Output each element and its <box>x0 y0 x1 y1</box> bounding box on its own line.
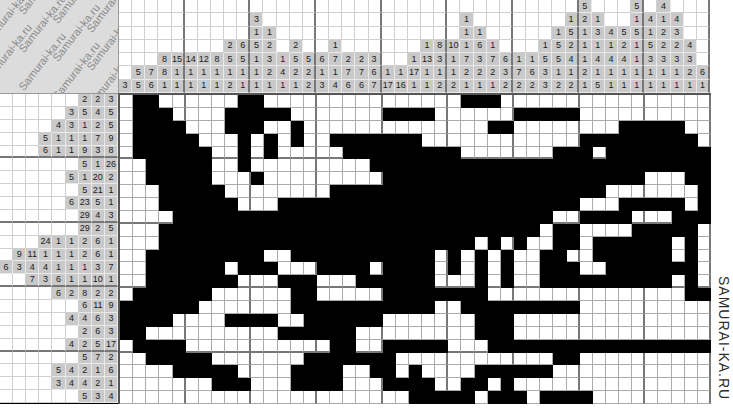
grid-cell-empty[interactable] <box>120 378 133 391</box>
grid-cell-empty[interactable] <box>514 314 527 327</box>
grid-cell-filled[interactable] <box>133 340 146 353</box>
grid-cell-filled[interactable] <box>291 301 304 314</box>
grid-cell-filled[interactable] <box>343 237 356 250</box>
grid-cell-filled[interactable] <box>448 198 461 211</box>
grid-cell-filled[interactable] <box>501 314 514 327</box>
grid-cell-filled[interactable] <box>212 250 225 263</box>
grid-cell-filled[interactable] <box>606 159 619 172</box>
grid-cell-empty[interactable] <box>527 95 540 108</box>
grid-cell-filled[interactable] <box>632 262 645 275</box>
grid-cell-filled[interactable] <box>435 198 448 211</box>
grid-cell-empty[interactable] <box>527 353 540 366</box>
grid-cell-filled[interactable] <box>632 159 645 172</box>
grid-cell-filled[interactable] <box>251 108 264 121</box>
grid-cell-filled[interactable] <box>658 262 671 275</box>
grid-cell-filled[interactable] <box>527 340 540 353</box>
grid-cell-empty[interactable] <box>461 327 474 340</box>
grid-cell-filled[interactable] <box>685 147 698 160</box>
grid-cell-empty[interactable] <box>317 159 330 172</box>
grid-cell-empty[interactable] <box>632 211 645 224</box>
grid-cell-filled[interactable] <box>593 340 606 353</box>
grid-cell-filled[interactable] <box>225 365 238 378</box>
grid-cell-empty[interactable] <box>291 172 304 185</box>
grid-cell-empty[interactable] <box>212 314 225 327</box>
grid-cell-filled[interactable] <box>264 147 277 160</box>
grid-cell-empty[interactable] <box>238 391 251 404</box>
grid-cell-filled[interactable] <box>409 134 422 147</box>
grid-cell-filled[interactable] <box>567 353 580 366</box>
grid-cell-filled[interactable] <box>133 95 146 108</box>
grid-cell-filled[interactable] <box>396 211 409 224</box>
grid-cell-filled[interactable] <box>186 159 199 172</box>
grid-cell-filled[interactable] <box>146 275 159 288</box>
grid-cell-empty[interactable] <box>356 391 369 404</box>
grid-cell-empty[interactable] <box>264 288 277 301</box>
grid-cell-filled[interactable] <box>645 250 658 263</box>
grid-cell-filled[interactable] <box>396 185 409 198</box>
grid-cell-filled[interactable] <box>199 250 212 263</box>
grid-cell-empty[interactable] <box>488 108 501 121</box>
grid-cell-empty[interactable] <box>672 365 685 378</box>
grid-cell-filled[interactable] <box>251 95 264 108</box>
grid-cell-empty[interactable] <box>238 340 251 353</box>
grid-cell-filled[interactable] <box>304 275 317 288</box>
grid-cell-empty[interactable] <box>264 121 277 134</box>
grid-cell-filled[interactable] <box>580 340 593 353</box>
grid-cell-empty[interactable] <box>475 134 488 147</box>
grid-cell-empty[interactable] <box>619 314 632 327</box>
grid-cell-filled[interactable] <box>146 353 159 366</box>
grid-cell-filled[interactable] <box>159 237 172 250</box>
grid-cell-filled[interactable] <box>488 159 501 172</box>
grid-cell-filled[interactable] <box>448 391 461 404</box>
grid-cell-filled[interactable] <box>501 185 514 198</box>
grid-cell-empty[interactable] <box>278 185 291 198</box>
grid-cell-filled[interactable] <box>225 108 238 121</box>
grid-cell-empty[interactable] <box>606 108 619 121</box>
grid-cell-empty[interactable] <box>461 365 474 378</box>
grid-cell-filled[interactable] <box>370 147 383 160</box>
grid-cell-filled[interactable] <box>330 211 343 224</box>
grid-cell-filled[interactable] <box>225 378 238 391</box>
grid-cell-empty[interactable] <box>619 108 632 121</box>
grid-cell-empty[interactable] <box>278 147 291 160</box>
grid-cell-filled[interactable] <box>501 159 514 172</box>
grid-cell-empty[interactable] <box>685 365 698 378</box>
grid-cell-filled[interactable] <box>396 378 409 391</box>
grid-cell-empty[interactable] <box>606 224 619 237</box>
grid-cell-filled[interactable] <box>278 327 291 340</box>
grid-cell-empty[interactable] <box>672 378 685 391</box>
grid-cell-filled[interactable] <box>567 224 580 237</box>
grid-cell-filled[interactable] <box>383 250 396 263</box>
grid-cell-empty[interactable] <box>488 275 501 288</box>
grid-cell-empty[interactable] <box>553 211 566 224</box>
grid-cell-empty[interactable] <box>475 237 488 250</box>
grid-cell-empty[interactable] <box>435 121 448 134</box>
grid-cell-filled[interactable] <box>264 224 277 237</box>
grid-cell-filled[interactable] <box>553 159 566 172</box>
grid-cell-empty[interactable] <box>186 108 199 121</box>
grid-cell-empty[interactable] <box>606 365 619 378</box>
grid-cell-filled[interactable] <box>383 378 396 391</box>
grid-cell-filled[interactable] <box>225 211 238 224</box>
grid-cell-filled[interactable] <box>461 185 474 198</box>
grid-cell-empty[interactable] <box>685 198 698 211</box>
grid-cell-filled[interactable] <box>501 198 514 211</box>
grid-cell-empty[interactable] <box>553 134 566 147</box>
grid-cell-filled[interactable] <box>619 237 632 250</box>
grid-cell-empty[interactable] <box>672 250 685 263</box>
grid-cell-filled[interactable] <box>619 250 632 263</box>
grid-cell-empty[interactable] <box>291 159 304 172</box>
grid-cell-filled[interactable] <box>619 134 632 147</box>
grid-cell-empty[interactable] <box>304 262 317 275</box>
grid-cell-empty[interactable] <box>461 262 474 275</box>
grid-cell-filled[interactable] <box>291 134 304 147</box>
grid-cell-filled[interactable] <box>475 378 488 391</box>
grid-cell-filled[interactable] <box>645 340 658 353</box>
grid-cell-empty[interactable] <box>698 108 711 121</box>
grid-cell-empty[interactable] <box>593 288 606 301</box>
grid-cell-empty[interactable] <box>264 391 277 404</box>
grid-cell-empty[interactable] <box>580 250 593 263</box>
grid-cell-empty[interactable] <box>186 95 199 108</box>
grid-cell-filled[interactable] <box>330 185 343 198</box>
grid-cell-empty[interactable] <box>567 378 580 391</box>
grid-cell-empty[interactable] <box>291 108 304 121</box>
grid-cell-empty[interactable] <box>658 353 671 366</box>
grid-cell-empty[interactable] <box>383 314 396 327</box>
grid-cell-empty[interactable] <box>488 353 501 366</box>
grid-cell-filled[interactable] <box>448 250 461 263</box>
grid-cell-empty[interactable] <box>212 172 225 185</box>
grid-cell-filled[interactable] <box>461 198 474 211</box>
grid-cell-filled[interactable] <box>370 134 383 147</box>
grid-cell-empty[interactable] <box>120 250 133 263</box>
grid-cell-filled[interactable] <box>685 237 698 250</box>
grid-cell-filled[interactable] <box>330 237 343 250</box>
grid-cell-empty[interactable] <box>291 95 304 108</box>
grid-cell-empty[interactable] <box>448 121 461 134</box>
grid-cell-filled[interactable] <box>475 198 488 211</box>
grid-cell-empty[interactable] <box>422 121 435 134</box>
grid-cell-empty[interactable] <box>251 378 264 391</box>
grid-cell-empty[interactable] <box>225 159 238 172</box>
grid-cell-filled[interactable] <box>370 237 383 250</box>
grid-cell-empty[interactable] <box>475 121 488 134</box>
grid-cell-filled[interactable] <box>356 250 369 263</box>
grid-cell-filled[interactable] <box>658 147 671 160</box>
grid-cell-filled[interactable] <box>330 365 343 378</box>
grid-cell-empty[interactable] <box>672 172 685 185</box>
grid-cell-empty[interactable] <box>435 378 448 391</box>
grid-cell-empty[interactable] <box>199 327 212 340</box>
grid-cell-filled[interactable] <box>448 211 461 224</box>
grid-cell-empty[interactable] <box>527 275 540 288</box>
grid-cell-empty[interactable] <box>146 211 159 224</box>
grid-cell-filled[interactable] <box>685 159 698 172</box>
grid-cell-empty[interactable] <box>343 172 356 185</box>
grid-cell-empty[interactable] <box>619 327 632 340</box>
grid-cell-filled[interactable] <box>540 159 553 172</box>
grid-cell-filled[interactable] <box>475 288 488 301</box>
grid-cell-empty[interactable] <box>186 378 199 391</box>
grid-cell-empty[interactable] <box>396 95 409 108</box>
grid-cell-filled[interactable] <box>304 211 317 224</box>
grid-cell-filled[interactable] <box>553 147 566 160</box>
grid-cell-filled[interactable] <box>435 211 448 224</box>
grid-cell-empty[interactable] <box>435 314 448 327</box>
grid-cell-filled[interactable] <box>396 340 409 353</box>
grid-cell-empty[interactable] <box>475 147 488 160</box>
grid-cell-filled[interactable] <box>448 224 461 237</box>
grid-cell-filled[interactable] <box>501 301 514 314</box>
grid-cell-filled[interactable] <box>343 340 356 353</box>
grid-cell-filled[interactable] <box>632 172 645 185</box>
grid-cell-empty[interactable] <box>370 172 383 185</box>
grid-cell-filled[interactable] <box>120 301 133 314</box>
grid-cell-empty[interactable] <box>422 314 435 327</box>
grid-cell-filled[interactable] <box>422 108 435 121</box>
grid-cell-empty[interactable] <box>343 95 356 108</box>
grid-cell-empty[interactable] <box>475 353 488 366</box>
grid-cell-filled[interactable] <box>146 288 159 301</box>
grid-cell-empty[interactable] <box>120 237 133 250</box>
grid-cell-filled[interactable] <box>173 172 186 185</box>
grid-cell-empty[interactable] <box>120 159 133 172</box>
grid-cell-filled[interactable] <box>488 365 501 378</box>
grid-cell-filled[interactable] <box>225 314 238 327</box>
grid-cell-empty[interactable] <box>658 108 671 121</box>
grid-cell-empty[interactable] <box>133 378 146 391</box>
grid-cell-filled[interactable] <box>356 237 369 250</box>
grid-cell-empty[interactable] <box>527 237 540 250</box>
grid-cell-empty[interactable] <box>448 340 461 353</box>
grid-cell-empty[interactable] <box>173 314 186 327</box>
grid-cell-filled[interactable] <box>356 262 369 275</box>
grid-cell-empty[interactable] <box>120 134 133 147</box>
grid-cell-empty[interactable] <box>343 365 356 378</box>
grid-cell-filled[interactable] <box>396 172 409 185</box>
grid-cell-empty[interactable] <box>264 159 277 172</box>
grid-cell-filled[interactable] <box>698 185 711 198</box>
grid-cell-filled[interactable] <box>330 224 343 237</box>
grid-cell-filled[interactable] <box>540 340 553 353</box>
grid-cell-filled[interactable] <box>567 108 580 121</box>
grid-cell-empty[interactable] <box>278 159 291 172</box>
grid-cell-filled[interactable] <box>422 288 435 301</box>
grid-cell-empty[interactable] <box>685 185 698 198</box>
grid-cell-filled[interactable] <box>672 159 685 172</box>
grid-cell-empty[interactable] <box>186 340 199 353</box>
grid-cell-filled[interactable] <box>199 237 212 250</box>
grid-cell-filled[interactable] <box>173 262 186 275</box>
grid-cell-filled[interactable] <box>514 365 527 378</box>
grid-cell-empty[interactable] <box>173 95 186 108</box>
grid-cell-filled[interactable] <box>343 198 356 211</box>
grid-cell-filled[interactable] <box>199 147 212 160</box>
grid-cell-filled[interactable] <box>159 314 172 327</box>
grid-cell-filled[interactable] <box>173 198 186 211</box>
grid-cell-filled[interactable] <box>238 121 251 134</box>
grid-cell-filled[interactable] <box>619 262 632 275</box>
grid-cell-filled[interactable] <box>212 365 225 378</box>
grid-cell-filled[interactable] <box>356 275 369 288</box>
grid-cell-empty[interactable] <box>278 288 291 301</box>
grid-cell-filled[interactable] <box>488 327 501 340</box>
grid-cell-empty[interactable] <box>527 262 540 275</box>
grid-cell-empty[interactable] <box>370 391 383 404</box>
grid-cell-filled[interactable] <box>186 211 199 224</box>
grid-cell-empty[interactable] <box>632 365 645 378</box>
grid-cell-empty[interactable] <box>396 121 409 134</box>
grid-cell-empty[interactable] <box>514 353 527 366</box>
grid-cell-filled[interactable] <box>133 327 146 340</box>
grid-cell-empty[interactable] <box>317 95 330 108</box>
grid-cell-empty[interactable] <box>488 262 501 275</box>
grid-cell-filled[interactable] <box>146 108 159 121</box>
grid-cell-filled[interactable] <box>317 378 330 391</box>
grid-cell-empty[interactable] <box>514 147 527 160</box>
grid-cell-filled[interactable] <box>488 301 501 314</box>
grid-cell-empty[interactable] <box>514 134 527 147</box>
grid-cell-filled[interactable] <box>133 314 146 327</box>
grid-cell-filled[interactable] <box>685 134 698 147</box>
grid-cell-filled[interactable] <box>448 185 461 198</box>
grid-cell-empty[interactable] <box>422 365 435 378</box>
grid-cell-filled[interactable] <box>527 159 540 172</box>
grid-cell-filled[interactable] <box>238 95 251 108</box>
grid-cell-filled[interactable] <box>488 391 501 404</box>
grid-cell-filled[interactable] <box>356 353 369 366</box>
grid-cell-filled[interactable] <box>632 340 645 353</box>
grid-cell-empty[interactable] <box>435 353 448 366</box>
grid-cell-empty[interactable] <box>251 301 264 314</box>
grid-cell-filled[interactable] <box>343 147 356 160</box>
grid-cell-empty[interactable] <box>580 108 593 121</box>
grid-cell-filled[interactable] <box>146 250 159 263</box>
grid-cell-empty[interactable] <box>133 185 146 198</box>
grid-cell-filled[interactable] <box>383 134 396 147</box>
grid-cell-filled[interactable] <box>567 237 580 250</box>
grid-cell-filled[interactable] <box>291 237 304 250</box>
grid-cell-filled[interactable] <box>159 275 172 288</box>
grid-cell-filled[interactable] <box>343 134 356 147</box>
grid-cell-empty[interactable] <box>146 185 159 198</box>
grid-cell-filled[interactable] <box>409 224 422 237</box>
grid-cell-empty[interactable] <box>264 301 277 314</box>
grid-cell-empty[interactable] <box>330 121 343 134</box>
grid-cell-filled[interactable] <box>514 198 527 211</box>
grid-cell-empty[interactable] <box>264 172 277 185</box>
grid-cell-filled[interactable] <box>501 365 514 378</box>
grid-cell-empty[interactable] <box>435 301 448 314</box>
grid-cell-filled[interactable] <box>567 301 580 314</box>
grid-cell-filled[interactable] <box>133 121 146 134</box>
grid-cell-filled[interactable] <box>645 159 658 172</box>
grid-cell-empty[interactable] <box>422 327 435 340</box>
grid-cell-filled[interactable] <box>343 211 356 224</box>
grid-cell-empty[interactable] <box>159 211 172 224</box>
grid-cell-filled[interactable] <box>461 237 474 250</box>
grid-cell-filled[interactable] <box>672 262 685 275</box>
grid-cell-filled[interactable] <box>672 147 685 160</box>
grid-cell-filled[interactable] <box>291 378 304 391</box>
grid-cell-empty[interactable] <box>553 378 566 391</box>
grid-cell-filled[interactable] <box>199 185 212 198</box>
grid-cell-empty[interactable] <box>133 237 146 250</box>
grid-cell-filled[interactable] <box>396 288 409 301</box>
grid-cell-empty[interactable] <box>580 314 593 327</box>
grid-cell-filled[interactable] <box>396 198 409 211</box>
grid-cell-filled[interactable] <box>540 172 553 185</box>
grid-cell-empty[interactable] <box>173 327 186 340</box>
grid-cell-filled[interactable] <box>199 353 212 366</box>
grid-cell-empty[interactable] <box>199 391 212 404</box>
grid-cell-filled[interactable] <box>186 198 199 211</box>
grid-cell-empty[interactable] <box>278 353 291 366</box>
grid-cell-empty[interactable] <box>461 275 474 288</box>
grid-cell-empty[interactable] <box>133 211 146 224</box>
grid-cell-empty[interactable] <box>632 314 645 327</box>
grid-cell-filled[interactable] <box>343 327 356 340</box>
grid-cell-filled[interactable] <box>317 262 330 275</box>
grid-cell-empty[interactable] <box>409 95 422 108</box>
grid-cell-filled[interactable] <box>396 275 409 288</box>
grid-cell-empty[interactable] <box>567 314 580 327</box>
grid-cell-filled[interactable] <box>173 159 186 172</box>
grid-cell-filled[interactable] <box>317 250 330 263</box>
grid-cell-filled[interactable] <box>278 275 291 288</box>
grid-cell-filled[interactable] <box>658 340 671 353</box>
grid-cell-empty[interactable] <box>593 365 606 378</box>
grid-cell-empty[interactable] <box>238 301 251 314</box>
grid-cell-empty[interactable] <box>540 237 553 250</box>
grid-cell-empty[interactable] <box>133 198 146 211</box>
grid-cell-empty[interactable] <box>304 391 317 404</box>
grid-cell-filled[interactable] <box>409 172 422 185</box>
grid-cell-empty[interactable] <box>593 95 606 108</box>
grid-cell-empty[interactable] <box>461 250 474 263</box>
grid-cell-filled[interactable] <box>238 378 251 391</box>
grid-cell-filled[interactable] <box>461 288 474 301</box>
grid-cell-empty[interactable] <box>422 134 435 147</box>
grid-cell-empty[interactable] <box>251 327 264 340</box>
grid-cell-filled[interactable] <box>173 134 186 147</box>
grid-cell-empty[interactable] <box>606 198 619 211</box>
grid-cell-empty[interactable] <box>146 198 159 211</box>
grid-cell-empty[interactable] <box>632 327 645 340</box>
grid-cell-empty[interactable] <box>186 327 199 340</box>
grid-cell-empty[interactable] <box>435 327 448 340</box>
grid-cell-empty[interactable] <box>330 391 343 404</box>
grid-cell-filled[interactable] <box>330 353 343 366</box>
grid-cell-empty[interactable] <box>567 327 580 340</box>
grid-cell-empty[interactable] <box>396 391 409 404</box>
grid-cell-filled[interactable] <box>317 237 330 250</box>
grid-cell-empty[interactable] <box>212 121 225 134</box>
grid-cell-filled[interactable] <box>475 185 488 198</box>
grid-cell-filled[interactable] <box>698 159 711 172</box>
grid-cell-filled[interactable] <box>343 353 356 366</box>
grid-cell-filled[interactable] <box>383 198 396 211</box>
grid-cell-empty[interactable] <box>514 378 527 391</box>
grid-cell-filled[interactable] <box>291 198 304 211</box>
grid-cell-empty[interactable] <box>685 378 698 391</box>
grid-cell-filled[interactable] <box>120 327 133 340</box>
grid-cell-filled[interactable] <box>317 353 330 366</box>
